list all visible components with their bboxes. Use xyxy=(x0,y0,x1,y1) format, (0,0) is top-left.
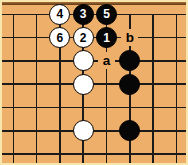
white-stone-4: 4 xyxy=(49,4,70,25)
black-stone xyxy=(119,74,140,95)
black-stone-5: 5 xyxy=(96,4,117,25)
grid-hline xyxy=(2,14,186,16)
grid-hline xyxy=(2,83,186,85)
grid-hline xyxy=(2,37,186,39)
go-board: 435621ba xyxy=(2,2,186,163)
grid-vline xyxy=(152,14,154,164)
white-stone xyxy=(73,74,94,95)
point-label-b: b xyxy=(121,29,138,46)
grid-hline xyxy=(2,130,186,132)
grid-hline xyxy=(2,107,186,109)
go-diagram: 435621ba xyxy=(0,0,188,165)
point-label-a: a xyxy=(98,52,115,69)
grid-hline xyxy=(2,153,186,155)
white-stone-6: 6 xyxy=(49,27,70,48)
grid-hline xyxy=(2,60,186,62)
black-stone xyxy=(119,50,140,71)
black-stone-1: 1 xyxy=(96,27,117,48)
grid-vline xyxy=(36,14,38,164)
black-stone xyxy=(119,120,140,141)
white-stone-2: 2 xyxy=(73,27,94,48)
grid-vline xyxy=(176,14,178,164)
white-stone xyxy=(73,120,94,141)
board-top-edge-bar xyxy=(2,2,186,5)
white-stone xyxy=(73,50,94,71)
black-stone-3: 3 xyxy=(73,4,94,25)
grid-vline xyxy=(13,14,15,164)
